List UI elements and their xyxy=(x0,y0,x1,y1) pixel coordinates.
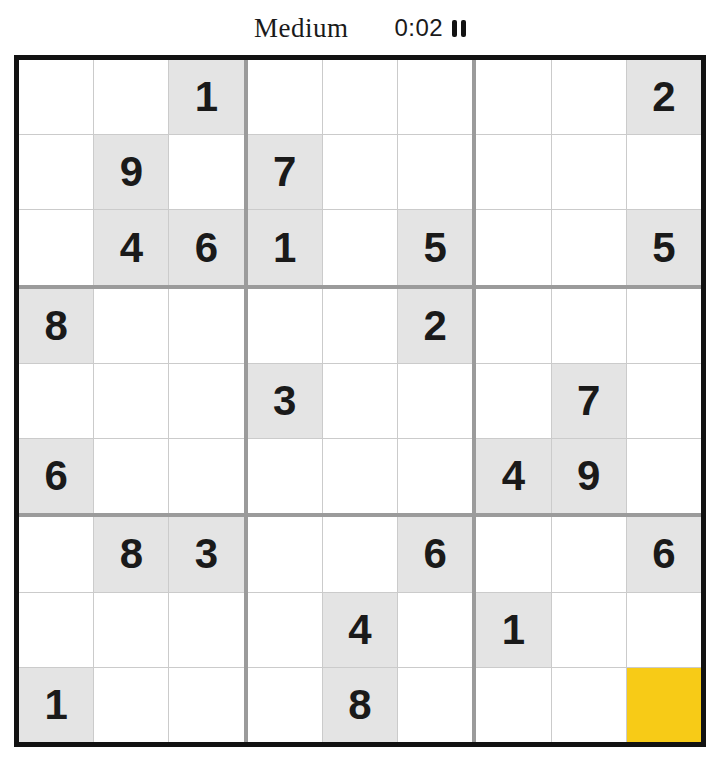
cell-r6c4[interactable] xyxy=(248,439,322,513)
cell-r9c6[interactable] xyxy=(398,668,472,742)
cell-r7c5[interactable] xyxy=(323,517,397,591)
timer-group: 0:02 xyxy=(394,14,466,42)
cell-r4c4[interactable] xyxy=(248,289,322,363)
cell-r2c2[interactable]: 9 xyxy=(94,135,168,209)
sudoku-board: 194671525862374983164861 xyxy=(14,55,706,747)
box-2: 715 xyxy=(248,60,473,285)
cell-r8c6[interactable] xyxy=(398,593,472,667)
cell-r4c6[interactable]: 2 xyxy=(398,289,472,363)
cell-r6c3[interactable] xyxy=(169,439,243,513)
cell-r1c3[interactable]: 1 xyxy=(169,60,243,134)
cell-r6c5[interactable] xyxy=(323,439,397,513)
cell-r3c8[interactable] xyxy=(552,210,626,284)
cell-r6c1[interactable]: 6 xyxy=(19,439,93,513)
cell-r2c9[interactable] xyxy=(627,135,701,209)
cell-r6c2[interactable] xyxy=(94,439,168,513)
cell-r5c9[interactable] xyxy=(627,364,701,438)
cell-r5c7[interactable] xyxy=(476,364,550,438)
cell-r8c7[interactable]: 1 xyxy=(476,593,550,667)
cell-r9c7[interactable] xyxy=(476,668,550,742)
cell-r8c8[interactable] xyxy=(552,593,626,667)
cell-r7c3[interactable]: 3 xyxy=(169,517,243,591)
cell-r2c6[interactable] xyxy=(398,135,472,209)
cell-r9c2[interactable] xyxy=(94,668,168,742)
cell-r4c7[interactable] xyxy=(476,289,550,363)
cell-r9c3[interactable] xyxy=(169,668,243,742)
cell-r5c2[interactable] xyxy=(94,364,168,438)
header: Medium 0:02 xyxy=(0,0,720,52)
cell-r6c8[interactable]: 9 xyxy=(552,439,626,513)
cell-r4c3[interactable] xyxy=(169,289,243,363)
box-9: 61 xyxy=(476,517,701,742)
pause-icon[interactable] xyxy=(452,20,466,37)
cell-r1c4[interactable] xyxy=(248,60,322,134)
cell-r3c2[interactable]: 4 xyxy=(94,210,168,284)
box-3: 25 xyxy=(476,60,701,285)
cell-r2c8[interactable] xyxy=(552,135,626,209)
cell-r1c7[interactable] xyxy=(476,60,550,134)
box-4: 86 xyxy=(19,289,244,514)
cell-r5c4[interactable]: 3 xyxy=(248,364,322,438)
cell-r8c4[interactable] xyxy=(248,593,322,667)
cell-r9c8[interactable] xyxy=(552,668,626,742)
cell-r7c2[interactable]: 8 xyxy=(94,517,168,591)
cell-r7c8[interactable] xyxy=(552,517,626,591)
cell-r7c6[interactable]: 6 xyxy=(398,517,472,591)
pause-bar-right xyxy=(461,20,466,37)
cell-r6c6[interactable] xyxy=(398,439,472,513)
cell-r3c5[interactable] xyxy=(323,210,397,284)
cell-r6c7[interactable]: 4 xyxy=(476,439,550,513)
box-5: 23 xyxy=(248,289,473,514)
cell-r7c7[interactable] xyxy=(476,517,550,591)
cell-r2c5[interactable] xyxy=(323,135,397,209)
cell-r8c1[interactable] xyxy=(19,593,93,667)
cell-r5c3[interactable] xyxy=(169,364,243,438)
cell-r2c7[interactable] xyxy=(476,135,550,209)
cell-r8c5[interactable]: 4 xyxy=(323,593,397,667)
cell-r3c9[interactable]: 5 xyxy=(627,210,701,284)
cell-r4c2[interactable] xyxy=(94,289,168,363)
difficulty-label: Medium xyxy=(254,13,349,44)
cell-r3c4[interactable]: 1 xyxy=(248,210,322,284)
cell-r7c4[interactable] xyxy=(248,517,322,591)
cell-r9c4[interactable] xyxy=(248,668,322,742)
cell-r7c9[interactable]: 6 xyxy=(627,517,701,591)
cell-r3c7[interactable] xyxy=(476,210,550,284)
box-1: 1946 xyxy=(19,60,244,285)
cell-r2c1[interactable] xyxy=(19,135,93,209)
timer: 0:02 xyxy=(394,14,443,42)
cell-r5c1[interactable] xyxy=(19,364,93,438)
pause-bar-left xyxy=(452,20,457,37)
cell-r9c1[interactable]: 1 xyxy=(19,668,93,742)
cell-r4c9[interactable] xyxy=(627,289,701,363)
cell-r1c5[interactable] xyxy=(323,60,397,134)
cell-r4c5[interactable] xyxy=(323,289,397,363)
cell-r1c6[interactable] xyxy=(398,60,472,134)
cell-r3c1[interactable] xyxy=(19,210,93,284)
cell-r1c9[interactable]: 2 xyxy=(627,60,701,134)
cell-r8c3[interactable] xyxy=(169,593,243,667)
cell-r8c2[interactable] xyxy=(94,593,168,667)
cell-r2c4[interactable]: 7 xyxy=(248,135,322,209)
cell-r2c3[interactable] xyxy=(169,135,243,209)
cell-r6c9[interactable] xyxy=(627,439,701,513)
cell-r1c8[interactable] xyxy=(552,60,626,134)
box-6: 749 xyxy=(476,289,701,514)
cell-r1c1[interactable] xyxy=(19,60,93,134)
cell-r4c1[interactable]: 8 xyxy=(19,289,93,363)
cell-r9c9[interactable] xyxy=(627,668,701,742)
cell-r8c9[interactable] xyxy=(627,593,701,667)
cell-r3c3[interactable]: 6 xyxy=(169,210,243,284)
box-8: 648 xyxy=(248,517,473,742)
cell-r5c5[interactable] xyxy=(323,364,397,438)
cell-r1c2[interactable] xyxy=(94,60,168,134)
cell-r5c6[interactable] xyxy=(398,364,472,438)
cell-r9c5[interactable]: 8 xyxy=(323,668,397,742)
box-7: 831 xyxy=(19,517,244,742)
cell-r5c8[interactable]: 7 xyxy=(552,364,626,438)
cell-r4c8[interactable] xyxy=(552,289,626,363)
cell-r3c6[interactable]: 5 xyxy=(398,210,472,284)
cell-r7c1[interactable] xyxy=(19,517,93,591)
